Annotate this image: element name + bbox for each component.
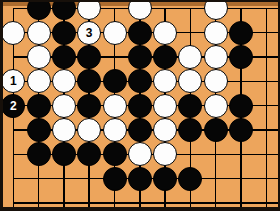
white-stone	[153, 69, 177, 93]
black-stone	[178, 167, 202, 191]
white-stone	[77, 0, 101, 20]
black-stone	[52, 21, 76, 45]
black-stone	[128, 69, 152, 93]
go-board[interactable]: 312	[0, 0, 280, 211]
white-stone	[27, 69, 51, 93]
black-stone	[52, 45, 76, 69]
black-stone	[229, 45, 253, 69]
white-stone	[52, 94, 76, 118]
white-stone	[204, 0, 228, 20]
black-stone	[229, 94, 253, 118]
white-stone	[153, 118, 177, 142]
white-stone	[52, 118, 76, 142]
go-diagram: 312	[0, 0, 280, 211]
white-stone	[153, 21, 177, 45]
black-stone-move-2: 2	[1, 94, 25, 118]
grid-hline	[13, 202, 280, 204]
black-stone	[77, 69, 101, 93]
white-stone	[103, 94, 127, 118]
white-stone	[204, 69, 228, 93]
black-stone	[229, 21, 253, 45]
move-number-label: 1	[10, 75, 17, 87]
black-stone	[128, 167, 152, 191]
black-stone	[153, 167, 177, 191]
white-stone	[178, 45, 202, 69]
black-stone	[27, 142, 51, 166]
white-stone	[128, 0, 152, 20]
black-stone	[128, 45, 152, 69]
white-stone	[204, 21, 228, 45]
black-stone	[204, 118, 228, 142]
black-stone	[27, 0, 51, 20]
black-stone	[77, 142, 101, 166]
white-stone	[153, 142, 177, 166]
black-stone	[77, 45, 101, 69]
black-stone	[103, 69, 127, 93]
black-stone	[52, 0, 76, 20]
black-stone	[178, 118, 202, 142]
black-stone	[27, 94, 51, 118]
white-stone	[178, 69, 202, 93]
black-stone	[128, 118, 152, 142]
black-stone	[229, 118, 253, 142]
white-stone	[27, 45, 51, 69]
white-stone	[204, 45, 228, 69]
white-stone	[77, 118, 101, 142]
black-stone	[153, 45, 177, 69]
white-stone	[27, 21, 51, 45]
black-stone	[77, 94, 101, 118]
white-stone	[128, 142, 152, 166]
move-number-label: 2	[10, 100, 17, 112]
black-stone	[103, 142, 127, 166]
black-stone	[103, 167, 127, 191]
white-stone-move-3: 3	[77, 21, 101, 45]
black-stone	[178, 94, 202, 118]
white-stone	[103, 21, 127, 45]
white-stone-move-1: 1	[1, 69, 25, 93]
black-stone	[52, 142, 76, 166]
black-stone	[128, 21, 152, 45]
black-stone	[27, 118, 51, 142]
black-stone	[128, 94, 152, 118]
white-stone	[52, 69, 76, 93]
white-stone	[103, 118, 127, 142]
move-number-label: 3	[86, 27, 93, 39]
white-stone	[153, 94, 177, 118]
grid-vline	[266, 8, 268, 211]
white-stone	[1, 21, 25, 45]
white-stone	[204, 94, 228, 118]
